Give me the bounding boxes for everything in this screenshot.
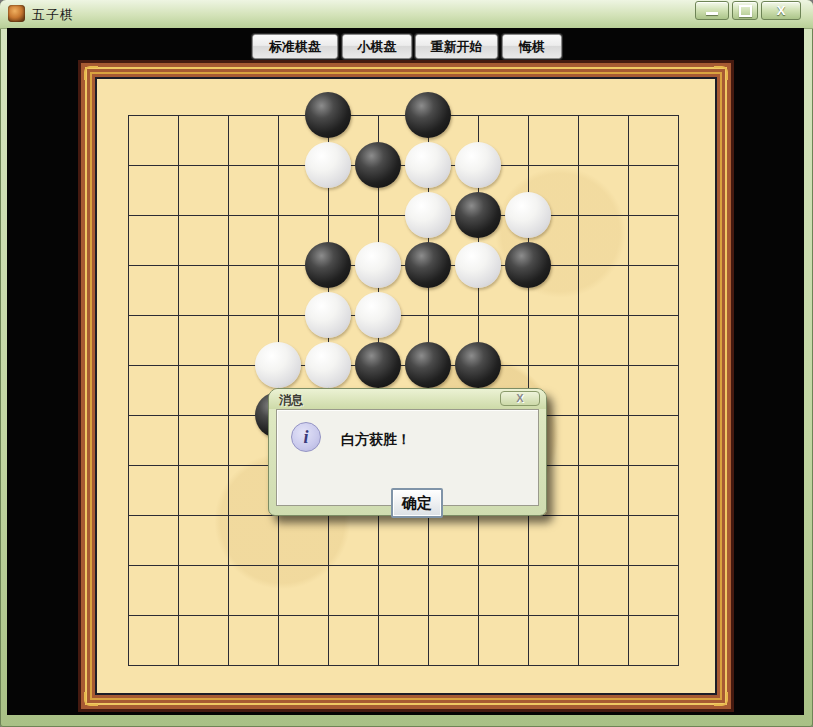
dialog-message: 白方获胜！ [341, 431, 411, 449]
message-dialog: 消息 X i 白方获胜！ 确定 [268, 388, 547, 516]
maximize-button[interactable] [732, 1, 758, 20]
minimize-button[interactable] [695, 1, 729, 20]
maximize-icon [739, 5, 752, 17]
toolbar-button-small-board[interactable]: 小棋盘 [342, 34, 412, 59]
info-icon-glyph: i [303, 427, 308, 448]
minimize-icon [706, 12, 718, 15]
toolbar-button-restart[interactable]: 重新开始 [415, 34, 498, 59]
toolbar-button-undo[interactable]: 悔棋 [502, 34, 562, 59]
dialog-ok-button[interactable]: 确定 [391, 488, 443, 518]
close-icon: X [777, 4, 786, 17]
dialog-title-bar[interactable]: 消息 X [269, 389, 546, 409]
client-area: 标准棋盘 小棋盘 重新开始 悔棋 消息 X i [7, 28, 804, 715]
dialog-close-button[interactable]: X [500, 391, 540, 406]
info-icon: i [291, 422, 321, 452]
title-bar[interactable]: 五子棋 X [0, 0, 813, 29]
app-window: 五子棋 X 标准棋盘 小棋盘 重新开始 悔棋 [0, 0, 813, 727]
dialog-title: 消息 [279, 392, 303, 409]
window-controls: X [695, 1, 801, 20]
window-title: 五子棋 [32, 6, 74, 24]
close-button[interactable]: X [761, 1, 801, 20]
dialog-content-panel: i 白方获胜！ 确定 [276, 409, 539, 506]
toolbar-button-standard-board[interactable]: 标准棋盘 [252, 34, 338, 59]
dialog-close-icon: X [516, 392, 523, 404]
app-icon [8, 5, 25, 22]
